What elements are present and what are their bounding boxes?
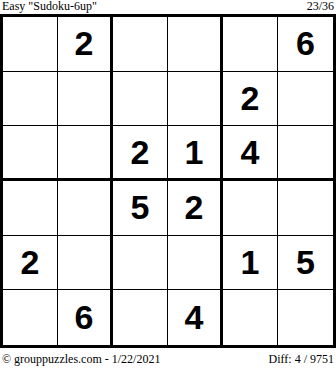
- cell-r4c2[interactable]: [58, 181, 113, 236]
- copyright-line: © grouppuzzles.com - 1/22/2021: [2, 352, 160, 366]
- cell-r6c1[interactable]: [3, 290, 58, 345]
- cell-r3c5[interactable]: 4: [223, 126, 278, 181]
- cell-r5c6[interactable]: 5: [278, 236, 333, 291]
- cell-r4c3[interactable]: 5: [113, 181, 168, 236]
- cell-r5c5[interactable]: 1: [223, 236, 278, 291]
- cell-r3c6[interactable]: [278, 126, 333, 181]
- cell-r4c6[interactable]: [278, 181, 333, 236]
- cell-r2c1[interactable]: [3, 72, 58, 127]
- cell-r2c5[interactable]: 2: [223, 72, 278, 127]
- progress-counter: 23/36: [307, 0, 334, 13]
- cell-r5c2[interactable]: [58, 236, 113, 291]
- cell-r5c4[interactable]: [168, 236, 223, 291]
- cell-r1c1[interactable]: [3, 17, 58, 72]
- sudoku-board: 2622145221564: [0, 14, 336, 348]
- header-bar: Easy "Sudoku-6up" 23/36: [2, 0, 334, 14]
- cell-r6c5[interactable]: [223, 290, 278, 345]
- cell-r6c6[interactable]: [278, 290, 333, 345]
- cell-r6c2[interactable]: 6: [58, 290, 113, 345]
- cell-r1c6[interactable]: 6: [278, 17, 333, 72]
- cell-r3c3[interactable]: 2: [113, 126, 168, 181]
- cell-r1c4[interactable]: [168, 17, 223, 72]
- puzzle-title: Easy "Sudoku-6up": [2, 0, 97, 13]
- cell-r3c1[interactable]: [3, 126, 58, 181]
- cell-r1c3[interactable]: [113, 17, 168, 72]
- cell-r2c2[interactable]: [58, 72, 113, 127]
- cell-r6c3[interactable]: [113, 290, 168, 345]
- cell-r1c5[interactable]: [223, 17, 278, 72]
- cell-r4c4[interactable]: 2: [168, 181, 223, 236]
- footer-bar: © grouppuzzles.com - 1/22/2021 Diff: 4 /…: [2, 352, 334, 368]
- cell-r1c2[interactable]: 2: [58, 17, 113, 72]
- cell-r4c5[interactable]: [223, 181, 278, 236]
- cell-r6c4[interactable]: 4: [168, 290, 223, 345]
- cell-r3c4[interactable]: 1: [168, 126, 223, 181]
- cell-r5c3[interactable]: [113, 236, 168, 291]
- difficulty-label: Diff: 4 / 9751: [269, 352, 334, 366]
- cell-r5c1[interactable]: 2: [3, 236, 58, 291]
- cell-r2c4[interactable]: [168, 72, 223, 127]
- cell-r2c3[interactable]: [113, 72, 168, 127]
- cell-r2c6[interactable]: [278, 72, 333, 127]
- cell-r3c2[interactable]: [58, 126, 113, 181]
- cell-r4c1[interactable]: [3, 181, 58, 236]
